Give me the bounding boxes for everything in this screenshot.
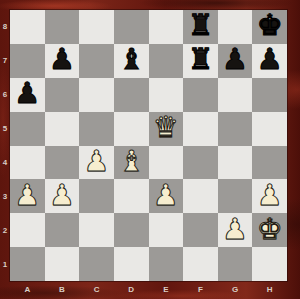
square-d7[interactable]: ♝ [114,44,149,78]
square-h4[interactable] [252,146,287,180]
white-pawn[interactable]: ♟ [49,181,75,210]
white-pawn[interactable]: ♟ [153,181,179,210]
file-label-a: A [10,281,45,297]
square-d6[interactable] [114,78,149,112]
square-a5[interactable] [10,112,45,146]
black-king[interactable]: ♚ [257,11,283,40]
square-f3[interactable] [183,179,218,213]
square-c1[interactable] [79,247,114,281]
square-e6[interactable] [149,78,184,112]
square-g4[interactable] [218,146,253,180]
square-e5[interactable]: ♛ [149,112,184,146]
black-bishop[interactable]: ♝ [118,45,144,74]
square-h8[interactable]: ♚ [252,10,287,44]
square-d2[interactable] [114,213,149,247]
black-pawn[interactable]: ♟ [49,45,75,74]
square-a3[interactable]: ♟ [10,179,45,213]
square-c5[interactable] [79,112,114,146]
square-b4[interactable] [45,146,80,180]
black-pawn[interactable]: ♟ [14,79,40,108]
white-pawn[interactable]: ♟ [14,181,40,210]
square-h3[interactable]: ♟ [252,179,287,213]
square-e8[interactable] [149,10,184,44]
white-queen[interactable]: ♛ [153,113,179,142]
white-king[interactable]: ♚ [257,215,283,244]
file-label-b: B [45,281,80,297]
square-f7[interactable]: ♜ [183,44,218,78]
square-c3[interactable] [79,179,114,213]
black-rook[interactable]: ♜ [187,45,213,74]
square-f6[interactable] [183,78,218,112]
rank-label-8: 8 [0,10,10,44]
chess-diagram: 87654321 ♜♚♟♝♜♟♟♟♛♟♝♟♟♟♟♟♚ ABCDEFGH [0,0,300,299]
chess-board[interactable]: ♜♚♟♝♜♟♟♟♛♟♝♟♟♟♟♟♚ [10,10,287,281]
square-a7[interactable] [10,44,45,78]
square-g7[interactable]: ♟ [218,44,253,78]
square-a6[interactable]: ♟ [10,78,45,112]
black-pawn[interactable]: ♟ [257,45,283,74]
square-d8[interactable] [114,10,149,44]
square-b1[interactable] [45,247,80,281]
square-f4[interactable] [183,146,218,180]
square-f8[interactable]: ♜ [183,10,218,44]
square-c2[interactable] [79,213,114,247]
square-e3[interactable]: ♟ [149,179,184,213]
square-c6[interactable] [79,78,114,112]
square-g1[interactable] [218,247,253,281]
white-pawn[interactable]: ♟ [222,215,248,244]
square-d1[interactable] [114,247,149,281]
square-e1[interactable] [149,247,184,281]
rank-label-6: 6 [0,78,10,112]
square-b6[interactable] [45,78,80,112]
square-h7[interactable]: ♟ [252,44,287,78]
square-h5[interactable] [252,112,287,146]
file-label-f: F [183,281,218,297]
file-labels: ABCDEFGH [10,281,287,297]
rank-label-3: 3 [0,179,10,213]
square-b5[interactable] [45,112,80,146]
square-a1[interactable] [10,247,45,281]
square-a2[interactable] [10,213,45,247]
file-label-e: E [149,281,184,297]
black-rook[interactable]: ♜ [187,11,213,40]
file-label-g: G [218,281,253,297]
rank-label-1: 1 [0,247,10,281]
square-f2[interactable] [183,213,218,247]
square-h2[interactable]: ♚ [252,213,287,247]
black-pawn[interactable]: ♟ [222,45,248,74]
square-g2[interactable]: ♟ [218,213,253,247]
white-pawn[interactable]: ♟ [84,147,110,176]
square-c7[interactable] [79,44,114,78]
file-label-d: D [114,281,149,297]
square-h6[interactable] [252,78,287,112]
file-label-c: C [79,281,114,297]
square-h1[interactable] [252,247,287,281]
rank-label-4: 4 [0,146,10,180]
rank-label-5: 5 [0,112,10,146]
square-g3[interactable] [218,179,253,213]
square-e2[interactable] [149,213,184,247]
white-bishop[interactable]: ♝ [118,147,144,176]
square-c4[interactable]: ♟ [79,146,114,180]
square-a4[interactable] [10,146,45,180]
square-b3[interactable]: ♟ [45,179,80,213]
rank-label-2: 2 [0,213,10,247]
square-c8[interactable] [79,10,114,44]
square-e7[interactable] [149,44,184,78]
square-a8[interactable] [10,10,45,44]
square-g6[interactable] [218,78,253,112]
square-b2[interactable] [45,213,80,247]
square-b8[interactable] [45,10,80,44]
white-pawn[interactable]: ♟ [257,181,283,210]
square-d5[interactable] [114,112,149,146]
square-b7[interactable]: ♟ [45,44,80,78]
file-label-h: H [252,281,287,297]
square-d3[interactable] [114,179,149,213]
rank-labels: 87654321 [0,10,10,281]
square-d4[interactable]: ♝ [114,146,149,180]
square-g8[interactable] [218,10,253,44]
square-e4[interactable] [149,146,184,180]
square-f5[interactable] [183,112,218,146]
square-f1[interactable] [183,247,218,281]
rank-label-7: 7 [0,44,10,78]
square-g5[interactable] [218,112,253,146]
